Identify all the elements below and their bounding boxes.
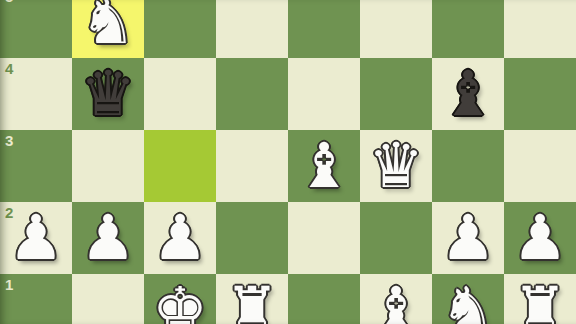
square-b5[interactable]: ♞ [72,0,144,58]
square-f2[interactable] [360,202,432,274]
square-a4[interactable]: 4 [0,58,72,130]
piece-white-pawn[interactable]: ♟ [144,202,216,274]
square-f4[interactable] [360,58,432,130]
piece-white-knight[interactable]: ♞ [432,274,504,324]
piece-white-rook[interactable]: ♜ [504,274,576,324]
piece-white-bishop[interactable]: ♝ [288,130,360,202]
square-a2[interactable]: 2♟ [0,202,72,274]
chessboard-screenshot: 5♞4♛♝3♝♛2♟♟♟♟♟1♚♜♝♞♜ [0,0,576,324]
square-b2[interactable]: ♟ [72,202,144,274]
rank-label-4: 4 [5,61,13,76]
square-g4[interactable]: ♝ [432,58,504,130]
piece-black-bishop[interactable]: ♝ [432,58,504,130]
square-e2[interactable] [288,202,360,274]
square-b4[interactable]: ♛ [72,58,144,130]
rank-label-1: 1 [5,277,13,292]
piece-white-pawn[interactable]: ♟ [72,202,144,274]
piece-white-pawn[interactable]: ♟ [504,202,576,274]
piece-white-pawn[interactable]: ♟ [0,202,72,274]
rank-label-5: 5 [5,0,13,4]
square-e5[interactable] [288,0,360,58]
piece-white-knight[interactable]: ♞ [72,0,144,58]
square-h3[interactable] [504,130,576,202]
piece-black-queen[interactable]: ♛ [72,58,144,130]
square-e1[interactable] [288,274,360,324]
square-d1[interactable]: ♜ [216,274,288,324]
square-c5[interactable] [144,0,216,58]
square-g2[interactable]: ♟ [432,202,504,274]
square-b3[interactable] [72,130,144,202]
square-a3[interactable]: 3 [0,130,72,202]
square-g1[interactable]: ♞ [432,274,504,324]
chess-board: 5♞4♛♝3♝♛2♟♟♟♟♟1♚♜♝♞♜ [0,0,576,324]
square-a1[interactable]: 1 [0,274,72,324]
square-e4[interactable] [288,58,360,130]
piece-white-king[interactable]: ♚ [144,274,216,324]
square-f1[interactable]: ♝ [360,274,432,324]
square-d2[interactable] [216,202,288,274]
square-h5[interactable] [504,0,576,58]
square-g3[interactable] [432,130,504,202]
piece-white-bishop[interactable]: ♝ [360,274,432,324]
square-e3[interactable]: ♝ [288,130,360,202]
square-c2[interactable]: ♟ [144,202,216,274]
square-d3[interactable] [216,130,288,202]
piece-white-rook[interactable]: ♜ [216,274,288,324]
square-b1[interactable] [72,274,144,324]
square-a5[interactable]: 5 [0,0,72,58]
square-d4[interactable] [216,58,288,130]
square-c4[interactable] [144,58,216,130]
square-d5[interactable] [216,0,288,58]
square-g5[interactable] [432,0,504,58]
square-h2[interactable]: ♟ [504,202,576,274]
square-h4[interactable] [504,58,576,130]
square-c1[interactable]: ♚ [144,274,216,324]
square-f5[interactable] [360,0,432,58]
piece-white-pawn[interactable]: ♟ [432,202,504,274]
rank-label-3: 3 [5,133,13,148]
square-h1[interactable]: ♜ [504,274,576,324]
piece-white-queen[interactable]: ♛ [360,130,432,202]
square-f3[interactable]: ♛ [360,130,432,202]
square-c3[interactable] [144,130,216,202]
